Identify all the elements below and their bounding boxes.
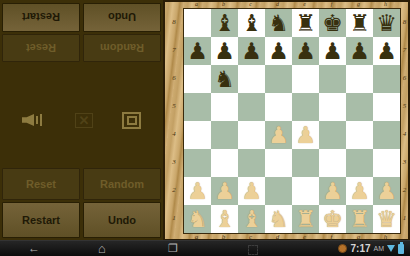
coord-label: 1 [165,204,183,232]
coord-label: 5 [165,92,183,120]
file-labels-top: abcdefgh [183,1,399,8]
random-button-disabled[interactable]: Random [83,168,161,200]
square-d4[interactable]: ♟ [265,121,292,149]
restart-button[interactable]: Restart [2,202,80,238]
black-pawn-piece: ♟ [322,37,343,65]
square-d3[interactable] [265,149,292,177]
middle-icon-row: ✕ [0,106,163,134]
square-g8[interactable]: ♜ [346,9,373,37]
square-b8[interactable]: ♝ [211,9,238,37]
black-knight-piece: ♞ [268,9,289,37]
square-c3[interactable] [238,149,265,177]
rank-labels-right: 87654321 [399,8,410,232]
square-d5[interactable] [265,93,292,121]
square-h7[interactable]: ♟ [373,37,400,65]
square-e7[interactable]: ♟ [292,37,319,65]
square-a3[interactable] [184,149,211,177]
recent-apps-icon[interactable]: ❐ [168,241,178,256]
white-knight-piece: ♞ [268,205,289,233]
square-a5[interactable] [184,93,211,121]
black-pawn-piece: ♟ [214,37,235,65]
coord-label: 2 [165,176,183,204]
coord-label: 7 [165,36,183,64]
square-f1[interactable]: ♚ [319,205,346,233]
coord-label: 6 [165,64,183,92]
square-h6[interactable] [373,65,400,93]
square-e1[interactable]: ♜ [292,205,319,233]
coord-label: c [237,1,264,8]
top-secondary-row-flipped: Reset Random [0,34,163,62]
white-pawn-piece: ♟ [187,177,208,205]
square-g5[interactable] [346,93,373,121]
square-b6[interactable]: ♞ [211,65,238,93]
coord-label: f [318,1,345,8]
square-h8[interactable]: ♛ [373,9,400,37]
chess-board[interactable]: ♝♝♞♜♚♜♛♟♟♟♟♟♟♟♟♞♟♟♟♟♟♟♟♟♞♝♝♞♜♚♜♛ [183,8,401,234]
square-c1[interactable]: ♝ [238,205,265,233]
square-g4[interactable] [346,121,373,149]
square-d1[interactable]: ♞ [265,205,292,233]
coord-label: 3 [165,148,183,176]
clock-meridiem: AM [374,245,385,252]
restart-button-flipped[interactable]: Restart [2,3,80,32]
square-h1[interactable]: ♛ [373,205,400,233]
black-pawn-piece: ♟ [241,37,262,65]
square-c8[interactable]: ♝ [238,9,265,37]
status-cluster[interactable]: 7:17 AM [338,241,404,256]
white-rook-piece: ♜ [295,205,316,233]
volume-on-icon[interactable] [22,111,46,129]
coord-label: b [210,1,237,8]
square-g2[interactable]: ♟ [346,177,373,205]
system-bar: ← ⌂ ❐ 7:17 AM [0,240,410,256]
coord-label: e [291,1,318,8]
coord-label: a [183,1,210,8]
square-e3[interactable] [292,149,319,177]
square-c2[interactable]: ♟ [238,177,265,205]
coord-label: 4 [165,120,183,148]
undo-button[interactable]: Undo [83,202,161,238]
coord-label: 4 [399,120,410,148]
square-a6[interactable] [184,65,211,93]
rank-labels-left: 87654321 [165,8,183,232]
white-pawn-piece: ♟ [268,121,289,149]
black-king-piece: ♚ [322,9,343,37]
black-bishop-piece: ♝ [214,9,235,37]
signal-triangle-icon [387,245,395,252]
black-pawn-piece: ♟ [268,37,289,65]
square-h2[interactable]: ♟ [373,177,400,205]
square-e6[interactable] [292,65,319,93]
coord-label: d [264,1,291,8]
black-rook-piece: ♜ [349,9,370,37]
square-c5[interactable] [238,93,265,121]
white-bishop-piece: ♝ [214,205,235,233]
white-pawn-piece: ♟ [214,177,235,205]
square-f6[interactable] [319,65,346,93]
black-pawn-piece: ♟ [376,37,397,65]
black-pawn-piece: ♟ [349,37,370,65]
black-rook-piece: ♜ [295,9,316,37]
square-b1[interactable]: ♝ [211,205,238,233]
control-panel: Restart Undo Reset Random ✕ Reset Random… [0,0,163,240]
square-d6[interactable] [265,65,292,93]
square-c4[interactable] [238,121,265,149]
black-queen-piece: ♛ [376,9,397,37]
clock: 7:17 [350,243,370,254]
white-pawn-piece: ♟ [376,177,397,205]
square-g3[interactable] [346,149,373,177]
white-queen-piece: ♛ [376,205,397,233]
undo-button-flipped[interactable]: Undo [83,3,161,32]
coord-label: 8 [399,8,410,36]
home-icon[interactable]: ⌂ [98,241,106,256]
square-e5[interactable] [292,93,319,121]
battery-icon [398,244,404,254]
black-pawn-piece: ♟ [187,37,208,65]
square-c6[interactable] [238,65,265,93]
square-d2[interactable] [265,177,292,205]
back-icon[interactable]: ← [28,241,40,256]
coord-label: 3 [399,148,410,176]
square-f2[interactable]: ♟ [319,177,346,205]
square-c7[interactable]: ♟ [238,37,265,65]
square-f3[interactable] [319,149,346,177]
coord-label: 7 [399,36,410,64]
square-b2[interactable]: ♟ [211,177,238,205]
square-f5[interactable] [319,93,346,121]
square-f4[interactable] [319,121,346,149]
square-b7[interactable]: ♟ [211,37,238,65]
square-a8[interactable] [184,9,211,37]
random-button-flipped-disabled[interactable]: Random [83,34,161,62]
square-a2[interactable]: ♟ [184,177,211,205]
square-f7[interactable]: ♟ [319,37,346,65]
coord-label: 5 [399,92,410,120]
square-a1[interactable]: ♞ [184,205,211,233]
square-d8[interactable]: ♞ [265,9,292,37]
square-h3[interactable] [373,149,400,177]
square-e4[interactable]: ♟ [292,121,319,149]
white-pawn-piece: ♟ [349,177,370,205]
reset-button-flipped-disabled[interactable]: Reset [2,34,80,62]
coord-label: 6 [399,64,410,92]
white-bishop-piece: ♝ [241,205,262,233]
white-pawn-piece: ♟ [295,121,316,149]
square-b3[interactable] [211,149,238,177]
bottom-button-row: Restart Undo [0,202,163,238]
screenshot-icon[interactable] [248,245,258,255]
coord-label: g [345,1,372,8]
square-h5[interactable] [373,93,400,121]
flip-board-disabled-icon[interactable]: ✕ [75,113,93,128]
coord-label: 2 [399,176,410,204]
black-pawn-piece: ♟ [295,37,316,65]
square-e8[interactable]: ♜ [292,9,319,37]
white-pawn-piece: ♟ [241,177,262,205]
black-knight-piece: ♞ [214,65,235,93]
white-king-piece: ♚ [322,205,343,233]
square-g6[interactable] [346,65,373,93]
white-knight-piece: ♞ [187,205,208,233]
black-bishop-piece: ♝ [241,9,262,37]
reset-button-disabled[interactable]: Reset [2,168,80,200]
square-d7[interactable]: ♟ [265,37,292,65]
coord-label: 1 [399,204,410,232]
square-b5[interactable] [211,93,238,121]
square-h4[interactable] [373,121,400,149]
square-f8[interactable]: ♚ [319,9,346,37]
coord-label: 8 [165,8,183,36]
notification-dot-icon [338,244,347,253]
app-screen: Restart Undo Reset Random ✕ Reset Random… [0,0,410,256]
top-button-row-flipped: Restart Undo [0,3,163,32]
square-b4[interactable] [211,121,238,149]
square-g7[interactable]: ♟ [346,37,373,65]
square-e2[interactable] [292,177,319,205]
coord-label: h [372,1,399,8]
square-g1[interactable]: ♜ [346,205,373,233]
square-a4[interactable] [184,121,211,149]
square-a7[interactable]: ♟ [184,37,211,65]
fullscreen-window-icon[interactable] [122,112,141,129]
white-rook-piece: ♜ [349,205,370,233]
white-pawn-piece: ♟ [322,177,343,205]
chess-board-frame: abcdefgh 87654321 ♝♝♞♜♚♜♛♟♟♟♟♟♟♟♟♞♟♟♟♟♟♟… [163,0,410,241]
bottom-secondary-row: Reset Random [0,168,163,200]
